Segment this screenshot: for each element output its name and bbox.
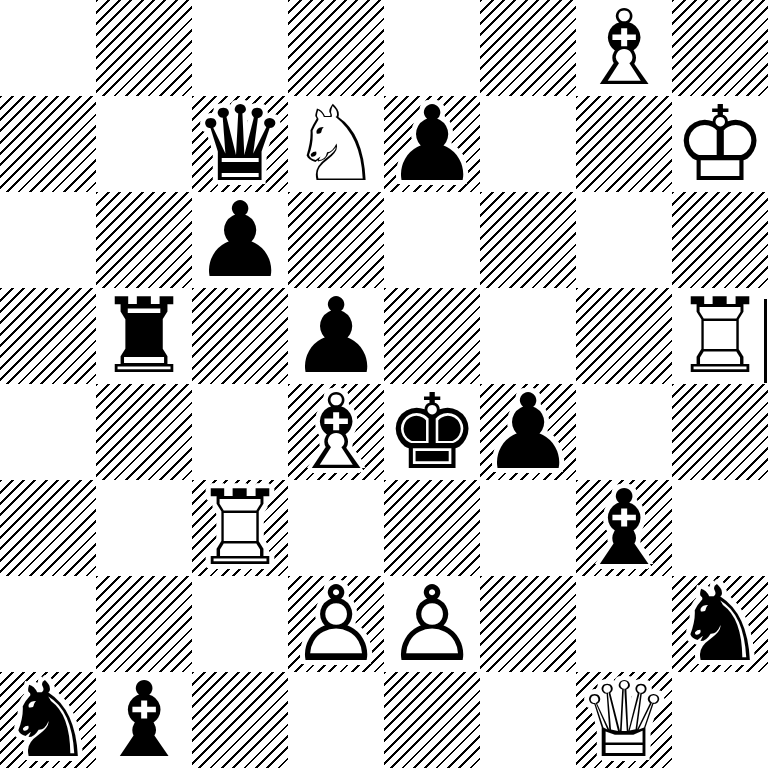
black-rook-b5[interactable]: ♜♜ — [96, 288, 192, 384]
square-a1[interactable]: ♞♞ — [0, 672, 96, 768]
square-e3[interactable] — [384, 480, 480, 576]
square-f1[interactable] — [480, 672, 576, 768]
white-bishop-d4[interactable]: ♝♗ — [288, 384, 384, 480]
black-bishop-g3[interactable]: ♝♝ — [576, 480, 672, 576]
piece-glyph: ♘ — [288, 96, 384, 192]
square-f7[interactable] — [480, 96, 576, 192]
black-queen-c7[interactable]: ♛♛ — [192, 96, 288, 192]
black-pawn-f4[interactable]: ♟♟ — [480, 384, 576, 480]
square-a5[interactable] — [0, 288, 96, 384]
chess-board: ♝♗♛♛♞♘♟♟♚♔♟♟♜♜♟♟♜♖♝♗♚♚♟♟♜♖♝♝♟♙♟♙♞♞♞♞♝♝♛♕ — [0, 0, 768, 768]
piece-glyph: ♞ — [0, 672, 96, 768]
piece-glyph: ♜ — [96, 288, 192, 384]
piece-glyph: ♞ — [672, 576, 768, 672]
black-king-e4[interactable]: ♚♚ — [384, 384, 480, 480]
square-h1[interactable] — [672, 672, 768, 768]
square-c2[interactable] — [192, 576, 288, 672]
square-b5[interactable]: ♜♜ — [96, 288, 192, 384]
square-f4[interactable]: ♟♟ — [480, 384, 576, 480]
square-f2[interactable] — [480, 576, 576, 672]
square-h7[interactable]: ♚♔ — [672, 96, 768, 192]
square-g6[interactable] — [576, 192, 672, 288]
piece-glyph: ♛ — [192, 96, 288, 192]
square-c5[interactable] — [192, 288, 288, 384]
white-knight-d7[interactable]: ♞♘ — [288, 96, 384, 192]
square-f3[interactable] — [480, 480, 576, 576]
black-bishop-b1[interactable]: ♝♝ — [96, 672, 192, 768]
square-a8[interactable] — [0, 0, 96, 96]
square-g8[interactable]: ♝♗ — [576, 0, 672, 96]
piece-glyph: ♖ — [192, 480, 288, 576]
square-h5[interactable]: ♜♖ — [672, 288, 768, 384]
square-e6[interactable] — [384, 192, 480, 288]
square-e1[interactable] — [384, 672, 480, 768]
square-f8[interactable] — [480, 0, 576, 96]
white-king-h7[interactable]: ♚♔ — [672, 96, 768, 192]
square-a6[interactable] — [0, 192, 96, 288]
piece-glyph: ♙ — [288, 576, 384, 672]
piece-glyph: ♙ — [384, 576, 480, 672]
black-knight-h2[interactable]: ♞♞ — [672, 576, 768, 672]
piece-glyph: ♟ — [288, 288, 384, 384]
square-d3[interactable] — [288, 480, 384, 576]
white-rook-c3[interactable]: ♜♖ — [192, 480, 288, 576]
square-e5[interactable] — [384, 288, 480, 384]
piece-glyph: ♗ — [576, 0, 672, 96]
stray-edge-mark — [764, 299, 767, 383]
square-c6[interactable]: ♟♟ — [192, 192, 288, 288]
piece-glyph: ♔ — [672, 96, 768, 192]
piece-glyph: ♕ — [576, 672, 672, 768]
white-queen-g1[interactable]: ♛♕ — [576, 672, 672, 768]
square-f5[interactable] — [480, 288, 576, 384]
black-pawn-c6[interactable]: ♟♟ — [192, 192, 288, 288]
square-g1[interactable]: ♛♕ — [576, 672, 672, 768]
square-a2[interactable] — [0, 576, 96, 672]
piece-glyph: ♖ — [672, 288, 768, 384]
piece-glyph: ♟ — [480, 384, 576, 480]
square-b3[interactable] — [96, 480, 192, 576]
piece-glyph: ♝ — [576, 480, 672, 576]
square-b8[interactable] — [96, 0, 192, 96]
black-knight-a1[interactable]: ♞♞ — [0, 672, 96, 768]
square-d1[interactable] — [288, 672, 384, 768]
black-pawn-e7[interactable]: ♟♟ — [384, 96, 480, 192]
square-h2[interactable]: ♞♞ — [672, 576, 768, 672]
square-e7[interactable]: ♟♟ — [384, 96, 480, 192]
square-h4[interactable] — [672, 384, 768, 480]
square-e2[interactable]: ♟♙ — [384, 576, 480, 672]
square-e4[interactable]: ♚♚ — [384, 384, 480, 480]
square-d5[interactable]: ♟♟ — [288, 288, 384, 384]
black-pawn-d5[interactable]: ♟♟ — [288, 288, 384, 384]
square-b7[interactable] — [96, 96, 192, 192]
square-g4[interactable] — [576, 384, 672, 480]
square-a7[interactable] — [0, 96, 96, 192]
square-d6[interactable] — [288, 192, 384, 288]
square-d7[interactable]: ♞♘ — [288, 96, 384, 192]
white-pawn-e2[interactable]: ♟♙ — [384, 576, 480, 672]
square-c1[interactable] — [192, 672, 288, 768]
square-g3[interactable]: ♝♝ — [576, 480, 672, 576]
square-f6[interactable] — [480, 192, 576, 288]
square-g7[interactable] — [576, 96, 672, 192]
square-c8[interactable] — [192, 0, 288, 96]
piece-glyph: ♟ — [384, 96, 480, 192]
square-g2[interactable] — [576, 576, 672, 672]
square-c4[interactable] — [192, 384, 288, 480]
square-h3[interactable] — [672, 480, 768, 576]
piece-glyph: ♗ — [288, 384, 384, 480]
square-h6[interactable] — [672, 192, 768, 288]
square-b2[interactable] — [96, 576, 192, 672]
square-a3[interactable] — [0, 480, 96, 576]
square-d8[interactable] — [288, 0, 384, 96]
white-rook-h5[interactable]: ♜♖ — [672, 288, 768, 384]
square-h8[interactable] — [672, 0, 768, 96]
white-bishop-g8[interactable]: ♝♗ — [576, 0, 672, 96]
piece-glyph: ♟ — [192, 192, 288, 288]
square-c3[interactable]: ♜♖ — [192, 480, 288, 576]
square-c7[interactable]: ♛♛ — [192, 96, 288, 192]
square-b4[interactable] — [96, 384, 192, 480]
square-a4[interactable] — [0, 384, 96, 480]
square-b1[interactable]: ♝♝ — [96, 672, 192, 768]
piece-glyph: ♚ — [384, 384, 480, 480]
square-d2[interactable]: ♟♙ — [288, 576, 384, 672]
square-d4[interactable]: ♝♗ — [288, 384, 384, 480]
square-g5[interactable] — [576, 288, 672, 384]
piece-glyph: ♝ — [96, 672, 192, 768]
square-b6[interactable] — [96, 192, 192, 288]
white-pawn-d2[interactable]: ♟♙ — [288, 576, 384, 672]
square-e8[interactable] — [384, 0, 480, 96]
